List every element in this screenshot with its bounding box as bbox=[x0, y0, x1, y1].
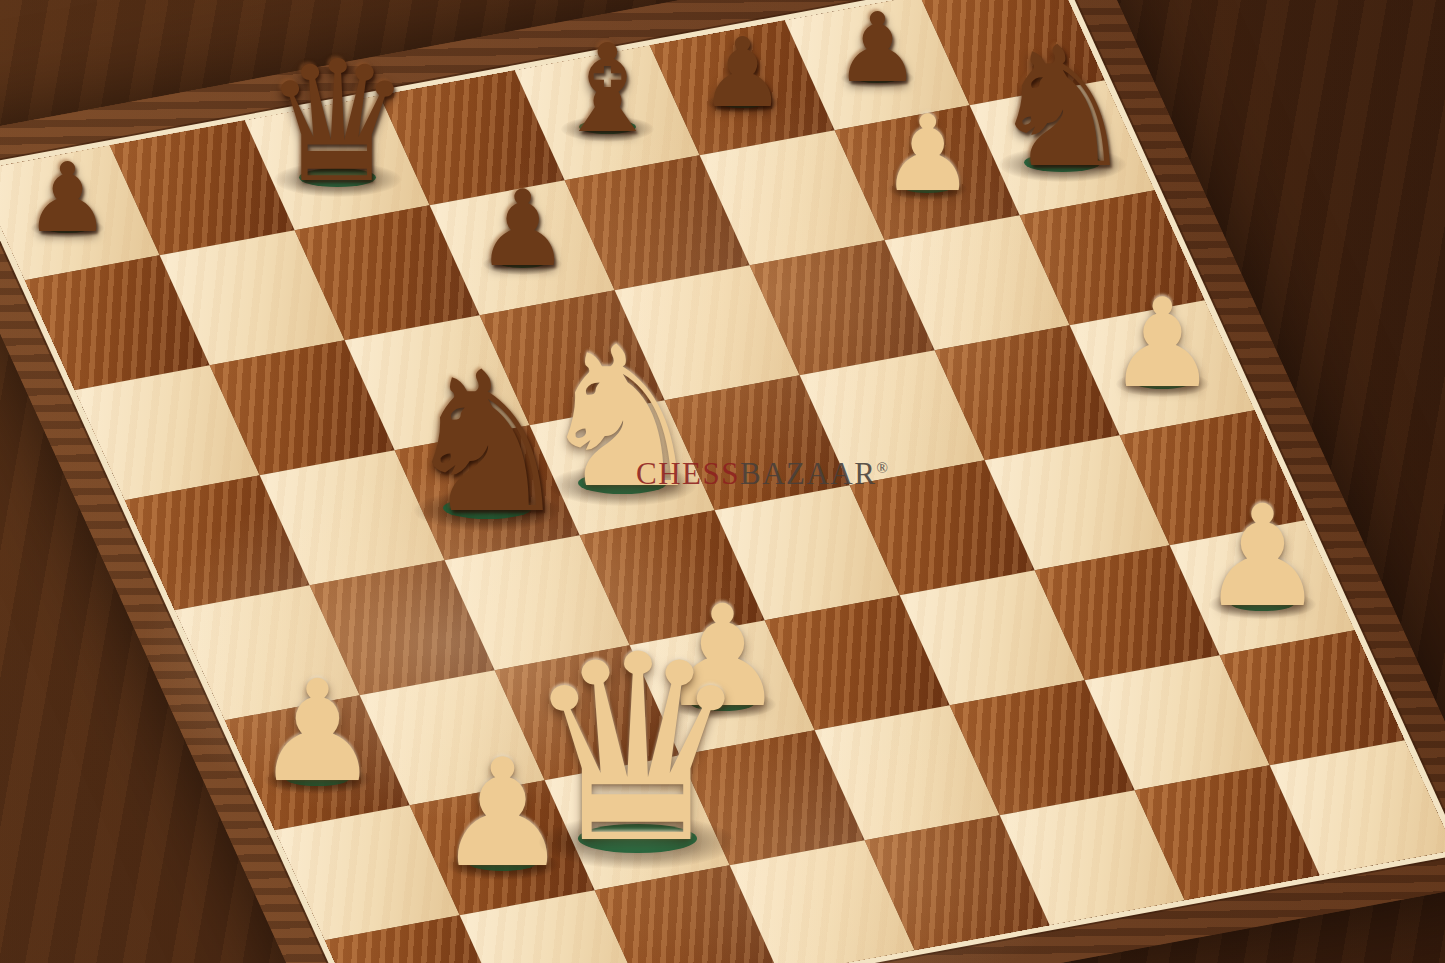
registered-trademark-icon: ® bbox=[876, 460, 889, 476]
white-pawn-glyph: ♟ bbox=[823, 102, 1033, 207]
white-pawn-glyph: ♟ bbox=[1123, 487, 1403, 627]
dark-pawn-glyph: ♟ bbox=[0, 150, 164, 246]
product-photo-scene: ♟♛♝♟♟♟♞♞♟♞♟♟♟♟♟♛ CHESSBAZAAR® bbox=[0, 0, 1445, 963]
white-queen-glyph: ♛ bbox=[380, 621, 896, 879]
watermark-text-bazaar: BAZAAR bbox=[740, 456, 876, 491]
dark-pawn-glyph: ♟ bbox=[418, 177, 628, 282]
white-pawn-glyph: ♟ bbox=[1040, 282, 1286, 405]
watermark-text-chess: CHESS bbox=[636, 456, 740, 491]
chessbazaar-watermark: CHESSBAZAAR® bbox=[636, 456, 889, 492]
